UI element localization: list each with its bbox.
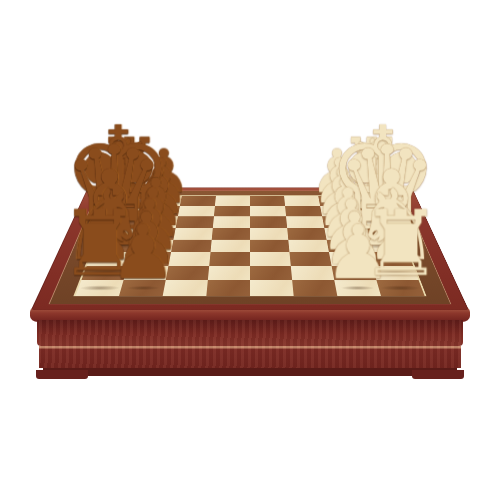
square-e4[interactable] <box>250 228 288 240</box>
square-g5[interactable] <box>214 206 250 217</box>
square-e5[interactable] <box>212 228 250 240</box>
square-a5[interactable] <box>206 280 250 295</box>
square-c4[interactable] <box>250 252 291 266</box>
square-g4[interactable] <box>250 206 286 217</box>
white-rook-icon: ♜ <box>360 198 441 289</box>
box-foot-left <box>36 370 88 379</box>
box-cove-molding <box>37 320 463 346</box>
board-plane: ♜♞♝♛♚♝♞♜♟♟♟♟♟♟♟♟♟♟♟♟♟♟♟♟♜♞♝♛♚♝♞♜ <box>31 188 469 310</box>
square-h5[interactable] <box>215 196 250 206</box>
black-pawn-icon: ♟ <box>109 215 176 290</box>
square-a4[interactable] <box>250 280 294 295</box>
box-foot-right <box>412 370 464 379</box>
square-b4[interactable] <box>250 266 292 280</box>
chess-set-photo: ♜♞♝♛♚♝♞♜♟♟♟♟♟♟♟♟♟♟♟♟♟♟♟♟♜♞♝♛♚♝♞♜ <box>0 0 500 500</box>
square-d4[interactable] <box>250 240 289 253</box>
square-b5[interactable] <box>208 266 250 280</box>
box-front-band <box>39 346 461 368</box>
square-d5[interactable] <box>211 240 250 253</box>
square-c5[interactable] <box>209 252 250 266</box>
square-h4[interactable] <box>250 196 285 206</box>
box-base-shadow <box>43 368 457 376</box>
